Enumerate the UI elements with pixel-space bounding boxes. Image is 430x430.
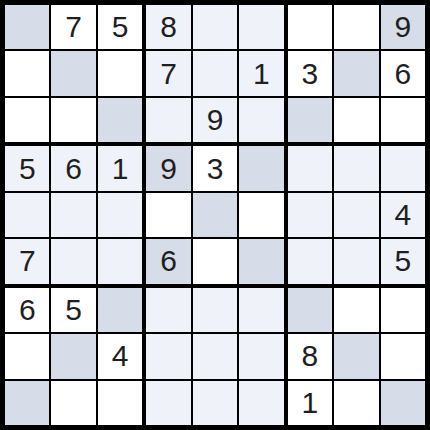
cell-r9c8[interactable] [334, 381, 378, 425]
cell-r2c2[interactable] [51, 51, 95, 95]
cell-r1c7[interactable] [288, 5, 332, 49]
cell-r6c2[interactable] [51, 239, 95, 283]
cell-r3c1[interactable] [5, 98, 49, 142]
box-5: 936 [146, 146, 283, 283]
cell-r5c5[interactable] [193, 193, 237, 237]
cell-r9c9[interactable] [381, 381, 425, 425]
cell-r3c4[interactable] [146, 98, 190, 142]
cell-r6c3[interactable] [98, 239, 142, 283]
cell-r4c6[interactable] [239, 146, 283, 190]
cell-r6c9[interactable]: 5 [381, 239, 425, 283]
cell-r6c4[interactable]: 6 [146, 239, 190, 283]
cell-r2c9[interactable]: 6 [381, 51, 425, 95]
cell-r8c7[interactable]: 8 [288, 334, 332, 378]
cell-r7c9[interactable] [381, 288, 425, 332]
cell-r3c3[interactable] [98, 98, 142, 142]
cell-r4c8[interactable] [334, 146, 378, 190]
cell-r5c9[interactable]: 4 [381, 193, 425, 237]
cell-r3c8[interactable] [334, 98, 378, 142]
cell-r7c3[interactable] [98, 288, 142, 332]
cell-r6c5[interactable] [193, 239, 237, 283]
cell-r5c4[interactable] [146, 193, 190, 237]
cell-r2c4[interactable]: 7 [146, 51, 190, 95]
box-9: 81 [288, 288, 425, 425]
cell-r2c8[interactable] [334, 51, 378, 95]
cell-r3c5[interactable]: 9 [193, 98, 237, 142]
cell-r8c2[interactable] [51, 334, 95, 378]
cell-r2c5[interactable] [193, 51, 237, 95]
cell-r5c8[interactable] [334, 193, 378, 237]
cell-r6c7[interactable] [288, 239, 332, 283]
box-2: 8719 [146, 5, 283, 142]
box-1: 75 [5, 5, 142, 142]
cell-r8c3[interactable]: 4 [98, 334, 142, 378]
cell-r7c4[interactable] [146, 288, 190, 332]
cell-r6c6[interactable] [239, 239, 283, 283]
cell-r7c7[interactable] [288, 288, 332, 332]
cell-r1c8[interactable] [334, 5, 378, 49]
cell-r6c8[interactable] [334, 239, 378, 283]
cell-r9c6[interactable] [239, 381, 283, 425]
cell-r9c5[interactable] [193, 381, 237, 425]
box-7: 654 [5, 288, 142, 425]
cell-r1c3[interactable]: 5 [98, 5, 142, 49]
cell-r1c2[interactable]: 7 [51, 5, 95, 49]
cell-r8c6[interactable] [239, 334, 283, 378]
cell-r4c9[interactable] [381, 146, 425, 190]
cell-r9c3[interactable] [98, 381, 142, 425]
cell-r7c1[interactable]: 6 [5, 288, 49, 332]
cell-r3c2[interactable] [51, 98, 95, 142]
cell-r4c1[interactable]: 5 [5, 146, 49, 190]
cell-r8c8[interactable] [334, 334, 378, 378]
cell-r3c7[interactable] [288, 98, 332, 142]
cell-r7c2[interactable]: 5 [51, 288, 95, 332]
box-6: 45 [288, 146, 425, 283]
cell-r1c9[interactable]: 9 [381, 5, 425, 49]
cell-r4c7[interactable] [288, 146, 332, 190]
cell-r2c6[interactable]: 1 [239, 51, 283, 95]
cell-r3c9[interactable] [381, 98, 425, 142]
cell-r9c7[interactable]: 1 [288, 381, 332, 425]
cell-r7c8[interactable] [334, 288, 378, 332]
cell-r5c1[interactable] [5, 193, 49, 237]
cell-r4c3[interactable]: 1 [98, 146, 142, 190]
cell-r9c2[interactable] [51, 381, 95, 425]
cell-r2c1[interactable] [5, 51, 49, 95]
cell-r8c9[interactable] [381, 334, 425, 378]
cell-r5c2[interactable] [51, 193, 95, 237]
cell-r2c7[interactable]: 3 [288, 51, 332, 95]
cell-r2c3[interactable] [98, 51, 142, 95]
box-3: 936 [288, 5, 425, 142]
cell-r7c6[interactable] [239, 288, 283, 332]
cell-r5c6[interactable] [239, 193, 283, 237]
cell-r8c5[interactable] [193, 334, 237, 378]
cell-r5c7[interactable] [288, 193, 332, 237]
cell-r1c6[interactable] [239, 5, 283, 49]
sudoku-board: 75871993656179364565481 [0, 0, 430, 430]
cell-r1c1[interactable] [5, 5, 49, 49]
cell-r9c4[interactable] [146, 381, 190, 425]
cell-r8c1[interactable] [5, 334, 49, 378]
cell-r4c5[interactable]: 3 [193, 146, 237, 190]
box-4: 5617 [5, 146, 142, 283]
cell-r7c5[interactable] [193, 288, 237, 332]
cell-r6c1[interactable]: 7 [5, 239, 49, 283]
cell-r1c5[interactable] [193, 5, 237, 49]
cell-r5c3[interactable] [98, 193, 142, 237]
cell-r4c2[interactable]: 6 [51, 146, 95, 190]
cell-r8c4[interactable] [146, 334, 190, 378]
cell-r1c4[interactable]: 8 [146, 5, 190, 49]
cell-r3c6[interactable] [239, 98, 283, 142]
cell-r4c4[interactable]: 9 [146, 146, 190, 190]
box-8 [146, 288, 283, 425]
cell-r9c1[interactable] [5, 381, 49, 425]
